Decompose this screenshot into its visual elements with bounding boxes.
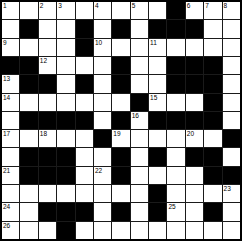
crossword-cell[interactable] <box>223 203 240 220</box>
black-cell <box>167 112 184 129</box>
crossword-cell[interactable] <box>94 112 111 129</box>
black-cell <box>57 148 74 165</box>
crossword-cell[interactable] <box>223 39 240 56</box>
clue-number: 11 <box>150 39 157 46</box>
clue-number: 7 <box>205 2 209 9</box>
black-cell <box>149 20 166 37</box>
crossword-cell[interactable] <box>57 20 74 37</box>
crossword-cell[interactable] <box>57 185 74 202</box>
crossword-cell[interactable] <box>94 57 111 74</box>
crossword-cell[interactable] <box>2 112 19 129</box>
crossword-cell[interactable] <box>20 94 37 111</box>
clue-number: 23 <box>224 185 231 192</box>
black-cell <box>223 167 240 184</box>
crossword-cell[interactable] <box>94 185 111 202</box>
crossword-cell[interactable]: 17 <box>2 130 19 147</box>
crossword-cell[interactable]: 23 <box>223 185 240 202</box>
crossword-cell[interactable] <box>131 203 148 220</box>
black-cell <box>57 167 74 184</box>
crossword-cell[interactable] <box>131 148 148 165</box>
crossword-cell[interactable] <box>20 130 37 147</box>
crossword-cell[interactable] <box>204 39 221 56</box>
crossword-cell[interactable] <box>20 203 37 220</box>
crossword-cell[interactable]: 13 <box>2 75 19 92</box>
clue-number: 6 <box>187 2 191 9</box>
crossword-cell[interactable] <box>76 130 93 147</box>
crossword-board: 1234567891011121314151617181920212223242… <box>0 0 242 241</box>
crossword-cell[interactable] <box>76 148 93 165</box>
crossword-cell[interactable]: 1 <box>2 2 19 19</box>
crossword-cell[interactable]: 26 <box>2 222 19 239</box>
crossword-cell[interactable]: 8 <box>223 2 240 19</box>
crossword-cell[interactable] <box>223 57 240 74</box>
black-cell <box>39 203 56 220</box>
crossword-cell[interactable] <box>57 57 74 74</box>
black-cell <box>39 112 56 129</box>
clue-number: 5 <box>132 2 136 9</box>
crossword-cell[interactable] <box>149 167 166 184</box>
black-cell <box>112 112 129 129</box>
black-cell <box>204 75 221 92</box>
crossword-cell[interactable] <box>39 94 56 111</box>
clue-number: 13 <box>3 75 10 82</box>
crossword-cell[interactable] <box>131 57 148 74</box>
clue-number: 20 <box>187 130 194 137</box>
black-cell <box>112 148 129 165</box>
black-cell <box>57 222 74 239</box>
clue-number: 21 <box>3 167 10 174</box>
black-cell <box>149 112 166 129</box>
black-cell <box>112 20 129 37</box>
clue-number: 8 <box>224 2 228 9</box>
crossword-cell[interactable] <box>20 185 37 202</box>
crossword-cell[interactable] <box>223 75 240 92</box>
crossword-cell[interactable] <box>20 39 37 56</box>
crossword-cell[interactable] <box>186 94 203 111</box>
crossword-cell[interactable] <box>112 39 129 56</box>
clue-number: 3 <box>58 2 62 9</box>
crossword-cell[interactable]: 12 <box>39 57 56 74</box>
clue-number: 12 <box>40 57 47 64</box>
crossword-cell[interactable] <box>94 222 111 239</box>
black-cell <box>167 75 184 92</box>
black-cell <box>131 94 148 111</box>
clue-number: 4 <box>95 2 99 9</box>
crossword-cell[interactable] <box>149 130 166 147</box>
crossword-cell[interactable]: 3 <box>57 2 74 19</box>
clue-number: 24 <box>3 203 10 210</box>
black-cell <box>76 75 93 92</box>
crossword-cell[interactable] <box>76 222 93 239</box>
crossword-cell[interactable] <box>39 20 56 37</box>
crossword-cell[interactable] <box>167 94 184 111</box>
black-cell <box>186 20 203 37</box>
black-cell <box>223 130 240 147</box>
black-cell <box>20 75 37 92</box>
crossword-cell[interactable] <box>57 130 74 147</box>
crossword-cell[interactable] <box>2 20 19 37</box>
clue-number: 2 <box>40 2 44 9</box>
crossword-cell[interactable] <box>94 75 111 92</box>
black-cell <box>57 203 74 220</box>
crossword-cell[interactable] <box>167 167 184 184</box>
clue-number: 19 <box>113 130 120 137</box>
crossword-cell[interactable] <box>186 222 203 239</box>
crossword-cell[interactable] <box>39 185 56 202</box>
crossword-cell[interactable]: 18 <box>39 130 56 147</box>
crossword-cell[interactable] <box>112 2 129 19</box>
crossword-cell[interactable]: 6 <box>186 2 203 19</box>
crossword-cell[interactable]: 25 <box>167 203 184 220</box>
black-cell <box>57 112 74 129</box>
crossword-cell[interactable] <box>76 57 93 74</box>
black-cell <box>149 148 166 165</box>
black-cell <box>186 75 203 92</box>
clue-number: 18 <box>40 130 47 137</box>
crossword-cell[interactable] <box>223 20 240 37</box>
crossword-cell[interactable]: 7 <box>204 2 221 19</box>
black-cell <box>76 112 93 129</box>
crossword-cell[interactable]: 2 <box>39 2 56 19</box>
crossword-cell[interactable] <box>204 222 221 239</box>
crossword-cell[interactable] <box>39 39 56 56</box>
black-cell <box>204 203 221 220</box>
black-cell <box>39 148 56 165</box>
black-cell <box>204 112 221 129</box>
crossword-cell[interactable] <box>131 130 148 147</box>
clue-number: 15 <box>150 94 157 101</box>
crossword-cell[interactable] <box>76 2 93 19</box>
black-cell <box>39 167 56 184</box>
black-cell <box>112 203 129 220</box>
crossword-cell[interactable] <box>20 2 37 19</box>
crossword-cell[interactable]: 11 <box>149 39 166 56</box>
black-cell <box>20 57 37 74</box>
crossword-cell[interactable]: 16 <box>131 112 148 129</box>
black-cell <box>20 112 37 129</box>
crossword-cell[interactable] <box>131 20 148 37</box>
black-cell <box>20 20 37 37</box>
black-cell <box>112 167 129 184</box>
black-cell <box>20 148 37 165</box>
crossword-cell[interactable] <box>94 20 111 37</box>
black-cell <box>186 57 203 74</box>
crossword-cell[interactable] <box>2 148 19 165</box>
crossword-cell[interactable] <box>167 148 184 165</box>
crossword-cell[interactable] <box>186 203 203 220</box>
crossword-cell[interactable]: 19 <box>112 130 129 147</box>
crossword-cell[interactable] <box>167 222 184 239</box>
clue-number: 10 <box>95 39 102 46</box>
black-cell <box>186 148 203 165</box>
crossword-cell[interactable] <box>20 222 37 239</box>
crossword-cell[interactable] <box>204 130 221 147</box>
crossword-cell[interactable] <box>57 75 74 92</box>
crossword-cell[interactable] <box>76 94 93 111</box>
crossword-cell[interactable] <box>204 185 221 202</box>
crossword-cell[interactable] <box>149 57 166 74</box>
clue-number: 1 <box>3 2 7 9</box>
crossword-cell[interactable] <box>94 94 111 111</box>
crossword-cell[interactable] <box>94 203 111 220</box>
black-cell <box>76 39 93 56</box>
crossword-cell[interactable] <box>112 94 129 111</box>
black-cell <box>112 57 129 74</box>
crossword-cell[interactable] <box>204 20 221 37</box>
black-cell <box>76 203 93 220</box>
clue-number: 26 <box>3 222 10 229</box>
crossword-cell[interactable]: 15 <box>149 94 166 111</box>
black-cell <box>167 57 184 74</box>
crossword-cell[interactable] <box>186 185 203 202</box>
crossword-cell[interactable] <box>131 75 148 92</box>
black-cell <box>20 167 37 184</box>
crossword-cell[interactable] <box>149 2 166 19</box>
crossword-cell[interactable]: 14 <box>2 94 19 111</box>
crossword-cell[interactable] <box>131 222 148 239</box>
crossword-cell[interactable] <box>131 39 148 56</box>
black-cell <box>2 57 19 74</box>
crossword-cell[interactable] <box>57 39 74 56</box>
crossword-cell[interactable] <box>76 185 93 202</box>
clue-number: 22 <box>95 167 102 174</box>
clue-number: 25 <box>168 203 175 210</box>
crossword-cell[interactable]: 4 <box>94 2 111 19</box>
black-cell <box>39 75 56 92</box>
crossword-cell[interactable] <box>112 185 129 202</box>
black-cell <box>167 2 184 19</box>
crossword-cell[interactable] <box>131 185 148 202</box>
crossword-cell[interactable] <box>223 94 240 111</box>
black-cell <box>186 112 203 129</box>
crossword-cell[interactable] <box>223 112 240 129</box>
crossword-cell[interactable]: 10 <box>94 39 111 56</box>
crossword-cell[interactable] <box>57 94 74 111</box>
crossword-cell[interactable] <box>167 130 184 147</box>
crossword-cell[interactable] <box>223 148 240 165</box>
crossword-cell[interactable] <box>186 39 203 56</box>
black-cell <box>76 20 93 37</box>
black-cell <box>204 148 221 165</box>
crossword-cell[interactable] <box>112 222 129 239</box>
crossword-cell[interactable] <box>167 39 184 56</box>
crossword-cell[interactable] <box>76 167 93 184</box>
black-cell <box>149 185 166 202</box>
crossword-cell[interactable] <box>223 222 240 239</box>
black-cell <box>167 20 184 37</box>
crossword-cell[interactable]: 5 <box>131 2 148 19</box>
crossword-cell[interactable] <box>149 222 166 239</box>
black-cell <box>149 203 166 220</box>
crossword-cell[interactable]: 24 <box>2 203 19 220</box>
black-cell <box>94 130 111 147</box>
clue-number: 16 <box>132 112 139 119</box>
crossword-cell[interactable] <box>39 222 56 239</box>
black-cell <box>204 167 221 184</box>
crossword-cell[interactable] <box>186 167 203 184</box>
crossword-cell[interactable] <box>94 148 111 165</box>
clue-number: 14 <box>3 94 10 101</box>
crossword-cell[interactable] <box>131 167 148 184</box>
black-cell <box>204 94 221 111</box>
black-cell <box>204 57 221 74</box>
crossword-cell[interactable] <box>149 75 166 92</box>
clue-number: 17 <box>3 130 10 137</box>
clue-number: 9 <box>3 39 7 46</box>
crossword-cell[interactable] <box>2 185 19 202</box>
crossword-cell[interactable] <box>167 185 184 202</box>
crossword-cell[interactable]: 21 <box>2 167 19 184</box>
black-cell <box>112 75 129 92</box>
crossword-cell[interactable]: 22 <box>94 167 111 184</box>
crossword-cell[interactable]: 20 <box>186 130 203 147</box>
crossword-cell[interactable]: 9 <box>2 39 19 56</box>
